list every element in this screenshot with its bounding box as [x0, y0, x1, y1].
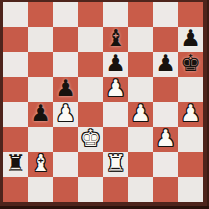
piece-white-pawn: ♟ [155, 127, 176, 151]
square-h6: ♚ [178, 52, 203, 77]
square-b4: ♟ [28, 102, 53, 127]
square-a4 [3, 102, 28, 127]
square-g6: ♟ [153, 52, 178, 77]
piece-black-rook: ♜ [5, 152, 26, 176]
piece-white-pawn: ♟ [105, 77, 126, 101]
square-c2 [53, 152, 78, 177]
square-h8 [178, 2, 203, 27]
square-c6 [53, 52, 78, 77]
square-a6 [3, 52, 28, 77]
square-h5 [178, 77, 203, 102]
square-f1 [128, 177, 153, 202]
square-g5 [153, 77, 178, 102]
square-g4 [153, 102, 178, 127]
square-e4 [103, 102, 128, 127]
square-e7: ♝ [103, 27, 128, 52]
square-g2 [153, 152, 178, 177]
square-e2: ♜ [103, 152, 128, 177]
square-a5 [3, 77, 28, 102]
piece-black-pawn: ♟ [30, 102, 51, 126]
square-e1 [103, 177, 128, 202]
square-c1 [53, 177, 78, 202]
square-a8 [3, 2, 28, 27]
square-b6 [28, 52, 53, 77]
square-c5: ♟ [53, 77, 78, 102]
square-a1 [3, 177, 28, 202]
square-c3 [53, 127, 78, 152]
square-f4: ♟ [128, 102, 153, 127]
piece-black-bishop: ♝ [105, 27, 126, 51]
piece-white-king: ♚ [80, 127, 101, 151]
piece-black-pawn: ♟ [105, 52, 126, 76]
piece-white-bishop: ♝ [30, 152, 51, 176]
square-h3 [178, 127, 203, 152]
square-h1 [178, 177, 203, 202]
square-c7 [53, 27, 78, 52]
square-f6 [128, 52, 153, 77]
square-d3: ♚ [78, 127, 103, 152]
square-h4: ♟ [178, 102, 203, 127]
square-f7 [128, 27, 153, 52]
square-a2: ♜ [3, 152, 28, 177]
square-d6 [78, 52, 103, 77]
square-d7 [78, 27, 103, 52]
chess-board: ♝♟♟♟♚♟♟♟♟♟♟♚♟♜♝♜ [3, 2, 203, 202]
square-d4 [78, 102, 103, 127]
square-e6: ♟ [103, 52, 128, 77]
square-c4: ♟ [53, 102, 78, 127]
square-b1 [28, 177, 53, 202]
square-f3 [128, 127, 153, 152]
piece-black-pawn: ♟ [180, 27, 201, 51]
square-d2 [78, 152, 103, 177]
square-b5 [28, 77, 53, 102]
square-b2: ♝ [28, 152, 53, 177]
piece-black-king: ♚ [180, 52, 201, 76]
square-h2 [178, 152, 203, 177]
square-e3 [103, 127, 128, 152]
piece-white-pawn: ♟ [180, 102, 201, 126]
chess-board-frame: ♝♟♟♟♚♟♟♟♟♟♟♚♟♜♝♜ [0, 0, 209, 209]
square-e8 [103, 2, 128, 27]
square-f5 [128, 77, 153, 102]
square-g3: ♟ [153, 127, 178, 152]
square-h7: ♟ [178, 27, 203, 52]
square-g8 [153, 2, 178, 27]
square-b7 [28, 27, 53, 52]
square-g1 [153, 177, 178, 202]
square-g7 [153, 27, 178, 52]
piece-white-pawn: ♟ [55, 102, 76, 126]
square-c8 [53, 2, 78, 27]
square-e5: ♟ [103, 77, 128, 102]
square-d8 [78, 2, 103, 27]
square-a3 [3, 127, 28, 152]
piece-white-rook: ♜ [105, 152, 126, 176]
square-f2 [128, 152, 153, 177]
square-f8 [128, 2, 153, 27]
square-a7 [3, 27, 28, 52]
piece-black-pawn: ♟ [155, 52, 176, 76]
piece-black-pawn: ♟ [55, 77, 76, 101]
square-b3 [28, 127, 53, 152]
square-b8 [28, 2, 53, 27]
square-d1 [78, 177, 103, 202]
square-d5 [78, 77, 103, 102]
piece-white-pawn: ♟ [130, 102, 151, 126]
